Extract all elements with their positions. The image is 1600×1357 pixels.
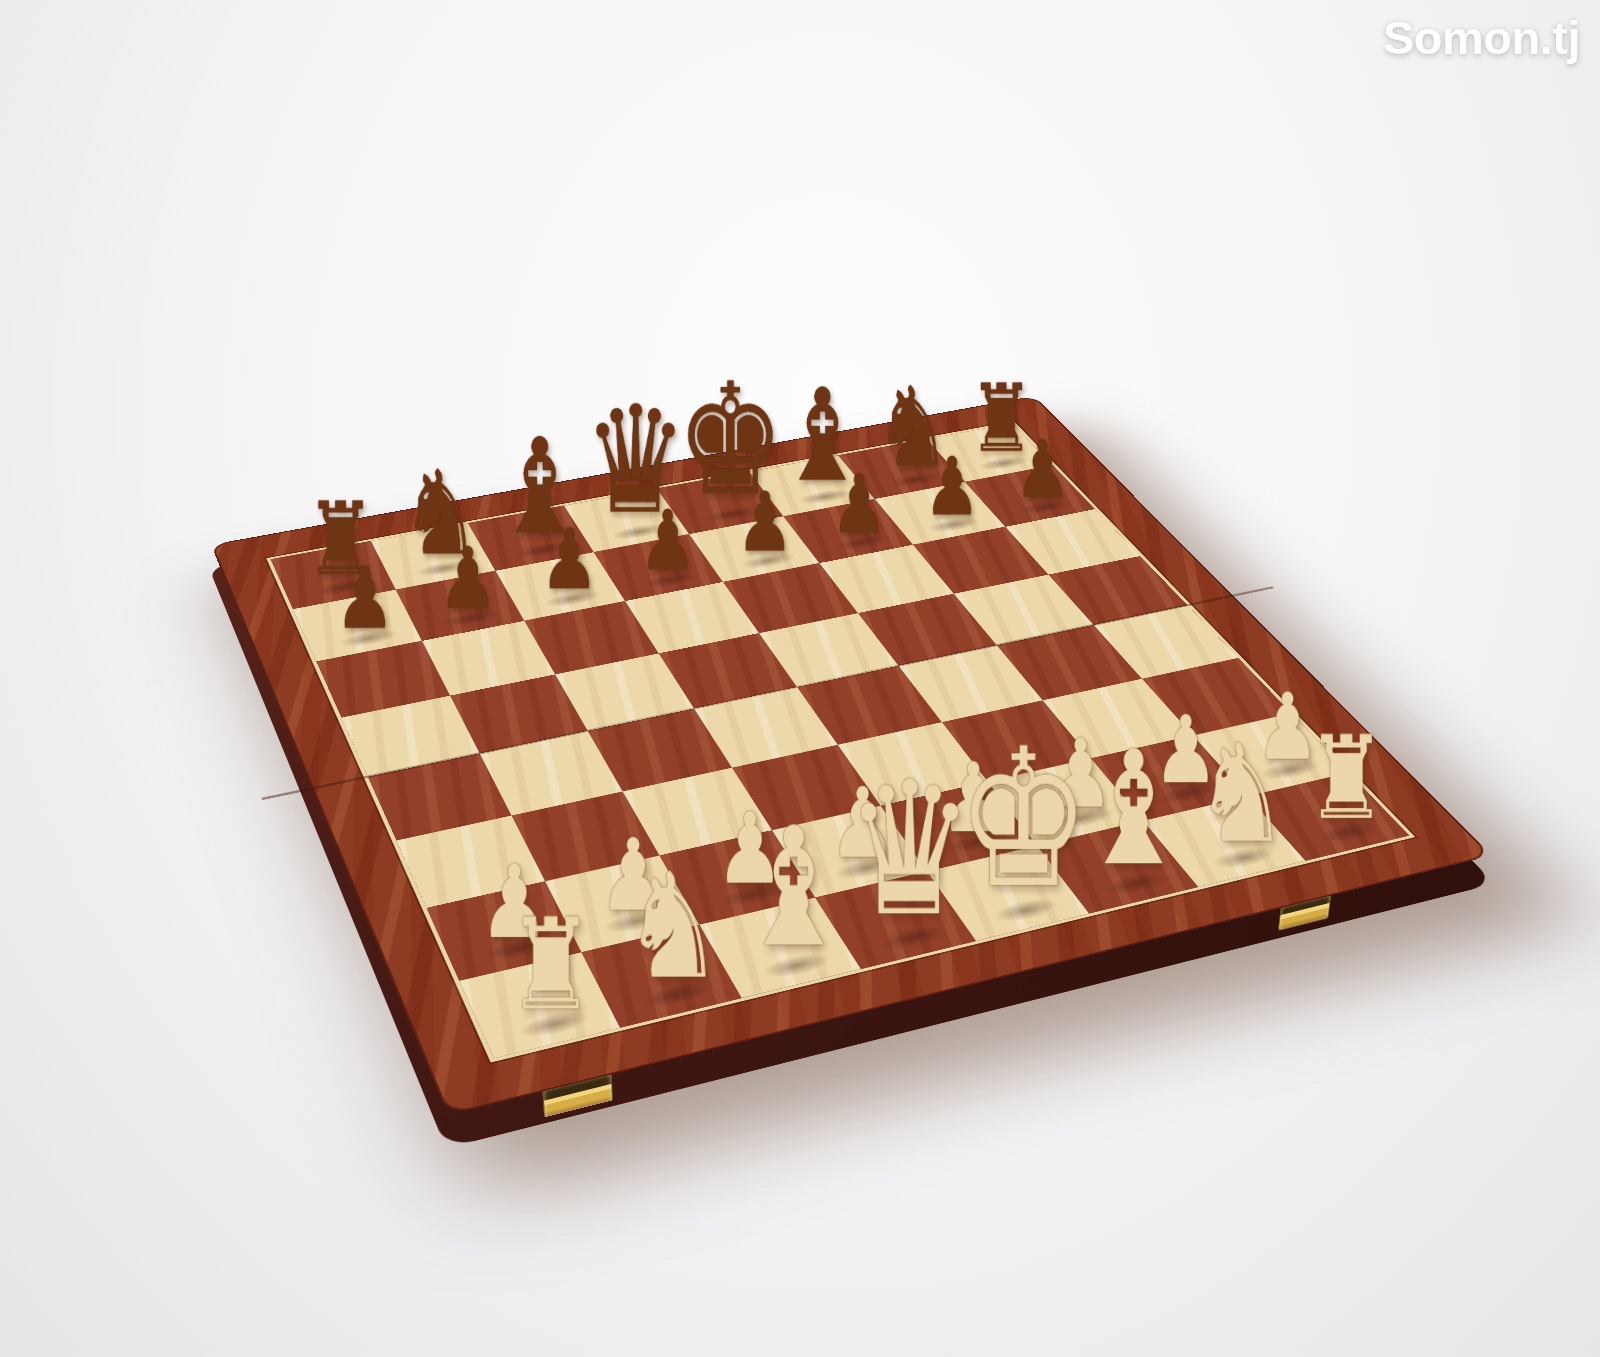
black-pawn[interactable]: ♟ — [924, 447, 980, 527]
white-king[interactable]: ♚ — [956, 723, 1090, 914]
board-frame: ♜♞♝♛♚♝♞♜♟♟♟♟♟♟♟♟♟♟♟♟♟♟♟♟♜♞♝♛♚♝♞♜ — [266, 421, 1415, 1062]
black-pawn[interactable]: ♟ — [639, 500, 697, 583]
black-pawn[interactable]: ♟ — [831, 464, 888, 545]
black-pawn[interactable]: ♟ — [736, 482, 793, 564]
white-rook[interactable]: ♜ — [506, 903, 594, 1029]
black-pawn[interactable]: ♟ — [540, 518, 599, 602]
white-rook[interactable]: ♜ — [1306, 722, 1386, 837]
board-grid: ♜♞♝♛♚♝♞♜♟♟♟♟♟♟♟♟♟♟♟♟♟♟♟♟♜♞♝♛♚♝♞♜ — [271, 423, 1410, 1058]
product-photo: Somon.tj ♜♞♝♛♚♝♞♜♟♟♟♟♟♟♟♟♟♟♟♟♟♟♟♟♜♞♝♛♚♝♞… — [0, 0, 1600, 1357]
square-a6[interactable] — [316, 641, 449, 717]
scene: ♜♞♝♛♚♝♞♜♟♟♟♟♟♟♟♟♟♟♟♟♟♟♟♟♜♞♝♛♚♝♞♜ — [0, 0, 1600, 1357]
chess-board: ♜♞♝♛♚♝♞♜♟♟♟♟♟♟♟♟♟♟♟♟♟♟♟♟♜♞♝♛♚♝♞♜ — [211, 396, 1492, 1115]
black-pawn[interactable]: ♟ — [1015, 430, 1071, 509]
black-pawn[interactable]: ♟ — [335, 556, 395, 642]
white-queen[interactable]: ♛ — [845, 757, 974, 942]
white-knight[interactable]: ♞ — [1194, 726, 1289, 862]
watermark: Somon.tj — [1383, 10, 1580, 65]
white-knight[interactable]: ♞ — [623, 854, 725, 999]
white-bishop[interactable]: ♝ — [736, 806, 851, 970]
black-pawn[interactable]: ♟ — [438, 537, 497, 622]
white-bishop[interactable]: ♝ — [1079, 730, 1189, 888]
